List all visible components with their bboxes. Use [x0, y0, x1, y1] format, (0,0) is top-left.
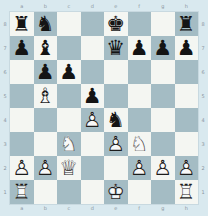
- square-e5[interactable]: [104, 84, 128, 108]
- file-label-b-top: b: [34, 2, 58, 10]
- square-f3[interactable]: ♞♘: [128, 132, 152, 156]
- square-b1[interactable]: [34, 180, 58, 204]
- rank-label-8-left: 8: [1, 12, 9, 36]
- piece-outline: ♙: [34, 156, 58, 180]
- square-b5[interactable]: ♝♗: [34, 84, 58, 108]
- file-label-e-bottom: e: [104, 204, 128, 212]
- square-e1[interactable]: ♚♔: [104, 180, 128, 204]
- square-h4[interactable]: [175, 108, 199, 132]
- piece-outline: ♙: [104, 132, 128, 156]
- file-label-h-bottom: h: [175, 204, 199, 212]
- white-pawn: ♟♙: [175, 156, 199, 180]
- file-labels-top: abcdefgh: [10, 2, 198, 10]
- rank-label-2-left: 2: [1, 156, 9, 180]
- square-g4[interactable]: [151, 108, 175, 132]
- rank-label-5-right: 5: [199, 84, 207, 108]
- square-e6[interactable]: [104, 60, 128, 84]
- rank-label-8-right: 8: [199, 12, 207, 36]
- rank-label-4-right: 4: [199, 108, 207, 132]
- file-label-f-bottom: f: [128, 204, 152, 212]
- square-f7[interactable]: ♟: [128, 36, 152, 60]
- white-pawn: ♟♙: [151, 156, 175, 180]
- white-pawn: ♟♙: [34, 156, 58, 180]
- piece-outline: ♘: [128, 132, 152, 156]
- file-label-c-bottom: c: [57, 204, 81, 212]
- black-queen: ♛: [104, 36, 128, 60]
- rank-label-3-right: 3: [199, 132, 207, 156]
- file-label-d-bottom: d: [81, 204, 105, 212]
- piece-outline: ♗: [34, 84, 58, 108]
- piece-outline: ♖: [175, 180, 199, 204]
- piece-outline: ♘: [57, 132, 81, 156]
- square-g7[interactable]: ♟: [151, 36, 175, 60]
- rank-label-7-left: 7: [1, 36, 9, 60]
- black-king: ♚: [104, 12, 128, 36]
- square-a4[interactable]: [10, 108, 34, 132]
- piece-outline: ♙: [175, 156, 199, 180]
- rank-label-2-right: 2: [199, 156, 207, 180]
- square-d5[interactable]: ♟: [81, 84, 105, 108]
- square-c5[interactable]: [57, 84, 81, 108]
- black-rook: ♜: [175, 12, 199, 36]
- square-a7[interactable]: ♟: [10, 36, 34, 60]
- white-king: ♚♔: [104, 180, 128, 204]
- piece-outline: ♙: [10, 156, 34, 180]
- square-h7[interactable]: ♟: [175, 36, 199, 60]
- square-h1[interactable]: ♜♖: [175, 180, 199, 204]
- square-b4[interactable]: [34, 108, 58, 132]
- file-label-b-bottom: b: [34, 204, 58, 212]
- square-d3[interactable]: [81, 132, 105, 156]
- square-c2[interactable]: ♛♕: [57, 156, 81, 180]
- piece-outline: ♙: [81, 108, 105, 132]
- rank-label-7-right: 7: [199, 36, 207, 60]
- square-e8[interactable]: ♚: [104, 12, 128, 36]
- piece-outline: ♙: [128, 156, 152, 180]
- square-h8[interactable]: ♜: [175, 12, 199, 36]
- square-e2[interactable]: [104, 156, 128, 180]
- white-knight: ♞♘: [57, 132, 81, 156]
- black-bishop: ♝: [34, 36, 58, 60]
- rank-label-1-right: 1: [199, 180, 207, 204]
- square-d1[interactable]: [81, 180, 105, 204]
- white-rook: ♜♖: [175, 180, 199, 204]
- rank-label-6-left: 6: [1, 60, 9, 84]
- square-g6[interactable]: [151, 60, 175, 84]
- chess-board: ♜♞♚♜♟♝♛♟♟♟♟♟♝♗♟♟♙♞♞♘♟♙♞♘♟♙♟♙♛♕♟♙♟♙♟♙♜♖♚♔…: [10, 12, 198, 204]
- file-labels-bottom: abcdefgh: [10, 204, 198, 212]
- file-label-a-bottom: a: [10, 204, 34, 212]
- square-e3[interactable]: ♟♙: [104, 132, 128, 156]
- file-label-g-top: g: [151, 2, 175, 10]
- black-pawn: ♟: [81, 84, 105, 108]
- file-label-d-top: d: [81, 2, 105, 10]
- white-rook: ♜♖: [10, 180, 34, 204]
- black-pawn: ♟: [128, 36, 152, 60]
- rank-labels-left: 87654321: [1, 12, 9, 204]
- black-pawn: ♟: [57, 60, 81, 84]
- piece-outline: ♙: [151, 156, 175, 180]
- square-c6[interactable]: ♟: [57, 60, 81, 84]
- square-a6[interactable]: [10, 60, 34, 84]
- square-d2[interactable]: [81, 156, 105, 180]
- file-label-a-top: a: [10, 2, 34, 10]
- square-g2[interactable]: ♟♙: [151, 156, 175, 180]
- file-label-h-top: h: [175, 2, 199, 10]
- square-a2[interactable]: ♟♙: [10, 156, 34, 180]
- black-knight: ♞: [104, 108, 128, 132]
- square-b2[interactable]: ♟♙: [34, 156, 58, 180]
- square-e4[interactable]: ♞: [104, 108, 128, 132]
- square-f6[interactable]: [128, 60, 152, 84]
- black-pawn: ♟: [34, 60, 58, 84]
- piece-outline: ♔: [104, 180, 128, 204]
- square-d4[interactable]: ♟♙: [81, 108, 105, 132]
- square-d8[interactable]: [81, 12, 105, 36]
- rank-labels-right: 87654321: [199, 12, 207, 204]
- square-h6[interactable]: [175, 60, 199, 84]
- square-b6[interactable]: ♟: [34, 60, 58, 84]
- square-g5[interactable]: [151, 84, 175, 108]
- rank-label-5-left: 5: [1, 84, 9, 108]
- square-h5[interactable]: [175, 84, 199, 108]
- square-d7[interactable]: [81, 36, 105, 60]
- rank-label-3-left: 3: [1, 132, 9, 156]
- rank-label-1-left: 1: [1, 180, 9, 204]
- square-a3[interactable]: [10, 132, 34, 156]
- square-c3[interactable]: ♞♘: [57, 132, 81, 156]
- black-knight: ♞: [34, 12, 58, 36]
- black-pawn: ♟: [10, 36, 34, 60]
- square-b3[interactable]: [34, 132, 58, 156]
- piece-outline: ♕: [57, 156, 81, 180]
- chess-diagram: abcdefgh abcdefgh 87654321 87654321 ♜♞♚♜…: [0, 0, 208, 216]
- white-knight: ♞♘: [128, 132, 152, 156]
- square-g1[interactable]: [151, 180, 175, 204]
- square-f1[interactable]: [128, 180, 152, 204]
- square-e7[interactable]: ♛: [104, 36, 128, 60]
- black-rook: ♜: [10, 12, 34, 36]
- white-queen: ♛♕: [57, 156, 81, 180]
- file-label-g-bottom: g: [151, 204, 175, 212]
- square-g8[interactable]: [151, 12, 175, 36]
- square-b7[interactable]: ♝: [34, 36, 58, 60]
- square-g3[interactable]: [151, 132, 175, 156]
- square-a1[interactable]: ♜♖: [10, 180, 34, 204]
- white-pawn: ♟♙: [104, 132, 128, 156]
- black-pawn: ♟: [151, 36, 175, 60]
- square-b8[interactable]: ♞: [34, 12, 58, 36]
- square-f4[interactable]: [128, 108, 152, 132]
- square-f2[interactable]: ♟♙: [128, 156, 152, 180]
- white-pawn: ♟♙: [81, 108, 105, 132]
- square-c1[interactable]: [57, 180, 81, 204]
- file-label-c-top: c: [57, 2, 81, 10]
- white-pawn: ♟♙: [10, 156, 34, 180]
- white-pawn: ♟♙: [128, 156, 152, 180]
- square-d6[interactable]: [81, 60, 105, 84]
- square-h2[interactable]: ♟♙: [175, 156, 199, 180]
- rank-label-6-right: 6: [199, 60, 207, 84]
- square-f8[interactable]: [128, 12, 152, 36]
- white-bishop: ♝♗: [34, 84, 58, 108]
- file-label-e-top: e: [104, 2, 128, 10]
- square-c7[interactable]: [57, 36, 81, 60]
- piece-outline: ♖: [10, 180, 34, 204]
- rank-label-4-left: 4: [1, 108, 9, 132]
- square-f5[interactable]: [128, 84, 152, 108]
- square-a8[interactable]: ♜: [10, 12, 34, 36]
- square-a5[interactable]: [10, 84, 34, 108]
- file-label-f-top: f: [128, 2, 152, 10]
- square-c4[interactable]: [57, 108, 81, 132]
- square-c8[interactable]: [57, 12, 81, 36]
- black-pawn: ♟: [175, 36, 199, 60]
- square-h3[interactable]: [175, 132, 199, 156]
